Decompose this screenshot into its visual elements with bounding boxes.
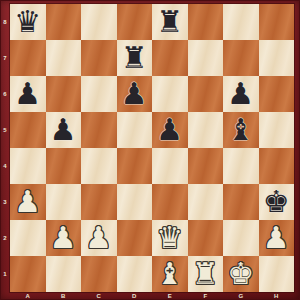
square-g7	[223, 40, 259, 76]
square-b8	[46, 4, 82, 40]
black-queen-a8: ♛	[10, 4, 46, 40]
square-b5: ♟	[46, 112, 82, 148]
rank-label-5: 5	[0, 112, 10, 148]
black-pawn-a6: ♟	[10, 76, 46, 112]
white-pawn-b2: ♟	[46, 220, 82, 256]
file-label-d: D	[117, 292, 153, 300]
rank-label-8: 8	[0, 4, 10, 40]
square-f1: ♜	[188, 256, 224, 292]
square-d3	[117, 184, 153, 220]
rank-label-7: 7	[0, 40, 10, 76]
square-e8: ♜	[152, 4, 188, 40]
square-g3	[223, 184, 259, 220]
square-f6	[188, 76, 224, 112]
square-b3	[46, 184, 82, 220]
square-a7	[10, 40, 46, 76]
square-g6: ♟	[223, 76, 259, 112]
square-d4	[117, 148, 153, 184]
rank-label-4: 4	[0, 148, 10, 184]
square-c3	[81, 184, 117, 220]
file-label-h: H	[259, 292, 295, 300]
white-queen-e2: ♛	[152, 220, 188, 256]
square-b2: ♟	[46, 220, 82, 256]
black-pawn-e5: ♟	[152, 112, 188, 148]
square-c5	[81, 112, 117, 148]
square-h2: ♟	[259, 220, 295, 256]
square-e2: ♛	[152, 220, 188, 256]
square-g8	[223, 4, 259, 40]
square-c8	[81, 4, 117, 40]
square-a1	[10, 256, 46, 292]
square-g4	[223, 148, 259, 184]
square-h4	[259, 148, 295, 184]
square-d8	[117, 4, 153, 40]
square-b7	[46, 40, 82, 76]
square-e4	[152, 148, 188, 184]
square-a8: ♛	[10, 4, 46, 40]
square-a6: ♟	[10, 76, 46, 112]
square-h7	[259, 40, 295, 76]
square-e7	[152, 40, 188, 76]
square-d1	[117, 256, 153, 292]
square-g1: ♚	[223, 256, 259, 292]
square-f4	[188, 148, 224, 184]
square-d6: ♟	[117, 76, 153, 112]
file-label-g: G	[223, 292, 259, 300]
file-label-a: A	[10, 292, 46, 300]
black-rook-d7: ♜	[117, 40, 153, 76]
square-a5	[10, 112, 46, 148]
file-label-b: B	[46, 292, 82, 300]
square-h3: ♚	[259, 184, 295, 220]
black-bishop-g5: ♝	[223, 112, 259, 148]
black-pawn-d6: ♟	[117, 76, 153, 112]
white-rook-f1: ♜	[188, 256, 224, 292]
square-g2	[223, 220, 259, 256]
square-h1	[259, 256, 295, 292]
square-c4	[81, 148, 117, 184]
square-g5: ♝	[223, 112, 259, 148]
black-rook-e8: ♜	[152, 4, 188, 40]
square-c7	[81, 40, 117, 76]
white-pawn-h2: ♟	[259, 220, 295, 256]
square-b6	[46, 76, 82, 112]
rank-labels: 87654321	[0, 4, 10, 292]
square-h8	[259, 4, 295, 40]
file-label-f: F	[188, 292, 224, 300]
white-pawn-c2: ♟	[81, 220, 117, 256]
black-king-h3: ♚	[259, 184, 295, 220]
square-d2	[117, 220, 153, 256]
square-c6	[81, 76, 117, 112]
chess-diagram: 87654321 ABCDEFGH ♛♜♜♟♟♟♟♟♝♟♚♟♟♛♟♝♜♚	[0, 0, 300, 300]
square-h6	[259, 76, 295, 112]
square-c2: ♟	[81, 220, 117, 256]
chess-board: ♛♜♜♟♟♟♟♟♝♟♚♟♟♛♟♝♜♚	[10, 4, 294, 292]
square-b1	[46, 256, 82, 292]
white-king-g1: ♚	[223, 256, 259, 292]
file-label-e: E	[152, 292, 188, 300]
rank-label-2: 2	[0, 220, 10, 256]
rank-label-6: 6	[0, 76, 10, 112]
file-label-c: C	[81, 292, 117, 300]
square-a2	[10, 220, 46, 256]
white-pawn-a3: ♟	[10, 184, 46, 220]
square-h5	[259, 112, 295, 148]
square-f5	[188, 112, 224, 148]
square-e1: ♝	[152, 256, 188, 292]
square-a4	[10, 148, 46, 184]
square-f8	[188, 4, 224, 40]
white-bishop-e1: ♝	[152, 256, 188, 292]
square-f3	[188, 184, 224, 220]
square-f7	[188, 40, 224, 76]
square-f2	[188, 220, 224, 256]
square-e5: ♟	[152, 112, 188, 148]
black-pawn-g6: ♟	[223, 76, 259, 112]
square-d7: ♜	[117, 40, 153, 76]
rank-label-1: 1	[0, 256, 10, 292]
square-c1	[81, 256, 117, 292]
square-d5	[117, 112, 153, 148]
square-b4	[46, 148, 82, 184]
black-pawn-b5: ♟	[46, 112, 82, 148]
square-a3: ♟	[10, 184, 46, 220]
square-e6	[152, 76, 188, 112]
rank-label-3: 3	[0, 184, 10, 220]
square-e3	[152, 184, 188, 220]
file-labels: ABCDEFGH	[10, 292, 294, 300]
